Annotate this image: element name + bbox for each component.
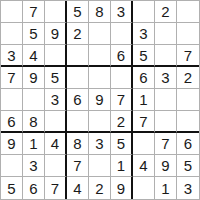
cell-r1c6-given-3[interactable]: 3	[111, 1, 133, 23]
cell-r3c1-given-3[interactable]: 3	[1, 45, 23, 67]
cell-r4c2-given-9[interactable]: 9	[23, 67, 45, 89]
cell-r2c1-empty[interactable]	[1, 23, 23, 45]
cell-r2c5-empty[interactable]	[89, 23, 111, 45]
cell-r8c8-given-9[interactable]: 9	[155, 155, 177, 177]
cell-r6c5-empty[interactable]	[89, 111, 111, 133]
cell-r9c9-given-3[interactable]: 3	[177, 177, 199, 199]
cell-r3c9-given-7[interactable]: 7	[177, 45, 199, 67]
cell-r5c6-given-7[interactable]: 7	[111, 89, 133, 111]
cell-r4c6-empty[interactable]	[111, 67, 133, 89]
cell-r9c4-given-4[interactable]: 4	[67, 177, 89, 199]
cell-r1c4-given-5[interactable]: 5	[67, 1, 89, 23]
cell-r7c6-given-5[interactable]: 5	[111, 133, 133, 155]
cell-r2c4-given-2[interactable]: 2	[67, 23, 89, 45]
cell-r2c7-given-3[interactable]: 3	[133, 23, 155, 45]
cell-r4c1-given-7[interactable]: 7	[1, 67, 23, 89]
cell-r8c4-given-7[interactable]: 7	[67, 155, 89, 177]
sudoku-board: 7583259233465779563236971682791483576371…	[0, 0, 200, 200]
cell-r2c2-given-5[interactable]: 5	[23, 23, 45, 45]
cell-r3c2-given-4[interactable]: 4	[23, 45, 45, 67]
cell-r5c5-given-9[interactable]: 9	[89, 89, 111, 111]
cell-r5c7-given-1[interactable]: 1	[133, 89, 155, 111]
cell-r3c3-empty[interactable]	[45, 45, 67, 67]
cell-r3c5-empty[interactable]	[89, 45, 111, 67]
cell-r2c9-empty[interactable]	[177, 23, 199, 45]
cell-r8c9-given-5[interactable]: 5	[177, 155, 199, 177]
cell-r1c7-empty[interactable]	[133, 1, 155, 23]
cell-r9c6-given-9[interactable]: 9	[111, 177, 133, 199]
cell-r6c3-empty[interactable]	[45, 111, 67, 133]
cell-r7c3-given-4[interactable]: 4	[45, 133, 67, 155]
cell-r2c8-empty[interactable]	[155, 23, 177, 45]
cell-r5c4-given-6[interactable]: 6	[67, 89, 89, 111]
cell-r9c1-given-5[interactable]: 5	[1, 177, 23, 199]
cell-r4c5-empty[interactable]	[89, 67, 111, 89]
cell-r7c8-given-7[interactable]: 7	[155, 133, 177, 155]
cell-r8c3-empty[interactable]	[45, 155, 67, 177]
cell-r4c8-given-3[interactable]: 3	[155, 67, 177, 89]
cell-r6c1-given-6[interactable]: 6	[1, 111, 23, 133]
cell-r7c2-given-1[interactable]: 1	[23, 133, 45, 155]
cell-r1c1-empty[interactable]	[1, 1, 23, 23]
cell-r6c8-empty[interactable]	[155, 111, 177, 133]
cell-r5c8-empty[interactable]	[155, 89, 177, 111]
cell-r1c2-given-7[interactable]: 7	[23, 1, 45, 23]
cell-r8c5-empty[interactable]	[89, 155, 111, 177]
cell-r2c6-empty[interactable]	[111, 23, 133, 45]
cell-r3c8-empty[interactable]	[155, 45, 177, 67]
cell-r7c7-empty[interactable]	[133, 133, 155, 155]
cell-r8c1-empty[interactable]	[1, 155, 23, 177]
cell-r3c6-given-6[interactable]: 6	[111, 45, 133, 67]
cell-r5c1-empty[interactable]	[1, 89, 23, 111]
cell-r4c3-given-5[interactable]: 5	[45, 67, 67, 89]
cell-r1c5-given-8[interactable]: 8	[89, 1, 111, 23]
cell-r2c3-given-9[interactable]: 9	[45, 23, 67, 45]
cell-r1c8-given-2[interactable]: 2	[155, 1, 177, 23]
cell-r7c5-given-3[interactable]: 3	[89, 133, 111, 155]
cell-r8c7-given-4[interactable]: 4	[133, 155, 155, 177]
cell-r3c7-given-5[interactable]: 5	[133, 45, 155, 67]
cell-r3c4-empty[interactable]	[67, 45, 89, 67]
cell-r5c9-empty[interactable]	[177, 89, 199, 111]
cell-r6c2-given-8[interactable]: 8	[23, 111, 45, 133]
cell-r5c3-given-3[interactable]: 3	[45, 89, 67, 111]
cell-r8c2-given-3[interactable]: 3	[23, 155, 45, 177]
cell-r9c5-given-2[interactable]: 2	[89, 177, 111, 199]
cell-r6c9-empty[interactable]	[177, 111, 199, 133]
cell-r8c6-given-1[interactable]: 1	[111, 155, 133, 177]
cell-r1c3-empty[interactable]	[45, 1, 67, 23]
cell-r1c9-empty[interactable]	[177, 1, 199, 23]
cell-r9c3-given-7[interactable]: 7	[45, 177, 67, 199]
cell-r4c4-empty[interactable]	[67, 67, 89, 89]
cell-r6c7-given-7[interactable]: 7	[133, 111, 155, 133]
cell-r6c4-empty[interactable]	[67, 111, 89, 133]
cell-r7c9-given-6[interactable]: 6	[177, 133, 199, 155]
cell-r7c1-given-9[interactable]: 9	[1, 133, 23, 155]
cell-r4c9-given-2[interactable]: 2	[177, 67, 199, 89]
cell-r9c2-given-6[interactable]: 6	[23, 177, 45, 199]
cell-r6c6-given-2[interactable]: 2	[111, 111, 133, 133]
cell-r5c2-empty[interactable]	[23, 89, 45, 111]
cell-r9c8-given-1[interactable]: 1	[155, 177, 177, 199]
cell-r9c7-empty[interactable]	[133, 177, 155, 199]
cell-r4c7-given-6[interactable]: 6	[133, 67, 155, 89]
cell-r7c4-given-8[interactable]: 8	[67, 133, 89, 155]
